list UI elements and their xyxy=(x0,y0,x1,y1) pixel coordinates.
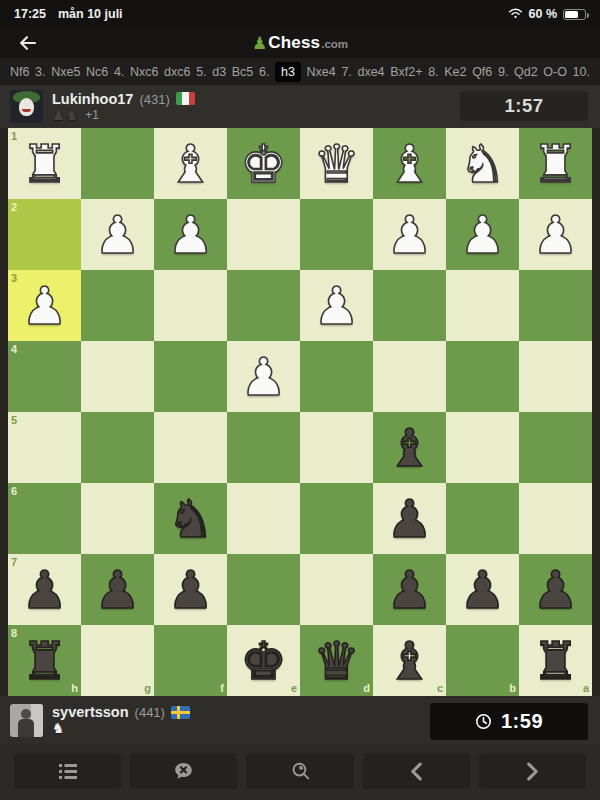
white-bishop-f1: ♝ xyxy=(154,128,227,199)
white-pawn-d3: ♟ xyxy=(300,270,373,341)
black-bishop-c5: ♝ xyxy=(373,412,446,483)
move-token[interactable]: d3 xyxy=(212,65,226,79)
black-knight-f6: ♞ xyxy=(154,483,227,554)
square-h3[interactable]: 3♟ xyxy=(8,270,81,341)
chat-disabled-button[interactable] xyxy=(130,753,237,789)
square-a4[interactable] xyxy=(519,341,592,412)
app-header: ♟ Chess .com xyxy=(0,28,600,58)
move-token[interactable]: 8. xyxy=(428,65,438,79)
square-b6[interactable] xyxy=(446,483,519,554)
move-token[interactable]: Nxe5 xyxy=(51,65,80,79)
rank-label: 6 xyxy=(11,485,17,497)
file-label: e xyxy=(291,682,297,694)
move-token[interactable]: 3. xyxy=(35,65,45,79)
black-pawn-h7: ♟ xyxy=(8,554,81,625)
square-a7[interactable]: ♟ xyxy=(519,554,592,625)
player-bottom-clock: 1:59 xyxy=(430,703,588,740)
square-e2[interactable] xyxy=(227,199,300,270)
square-e4[interactable]: ♟ xyxy=(227,341,300,412)
back-button[interactable] xyxy=(16,31,40,55)
rank-label: 1 xyxy=(11,130,17,142)
square-d7[interactable] xyxy=(300,554,373,625)
square-f7[interactable]: ♟ xyxy=(154,554,227,625)
square-a1[interactable]: ♜ xyxy=(519,128,592,199)
white-king-e1: ♚ xyxy=(227,128,300,199)
square-a8[interactable]: a♜ xyxy=(519,625,592,696)
black-rook-h8: ♜ xyxy=(8,625,81,696)
white-knight-b1: ♞ xyxy=(446,128,519,199)
square-b8[interactable]: b xyxy=(446,625,519,696)
square-c2[interactable]: ♟ xyxy=(373,199,446,270)
player-bottom-avatar[interactable] xyxy=(10,704,43,737)
logo-text: Chess xyxy=(268,34,320,52)
black-pawn-c7: ♟ xyxy=(373,554,446,625)
chesscom-pawn-icon: ♟ xyxy=(252,35,267,52)
black-rook-a8: ♜ xyxy=(519,625,592,696)
black-pawn-a7: ♟ xyxy=(519,554,592,625)
battery-percent: 60 % xyxy=(529,7,558,21)
square-h8[interactable]: 8h♜ xyxy=(8,625,81,696)
square-g6[interactable] xyxy=(81,483,154,554)
square-f4[interactable] xyxy=(154,341,227,412)
bottom-toolbar xyxy=(0,744,600,800)
rank-label: 7 xyxy=(11,556,17,568)
square-h5[interactable]: 5 xyxy=(8,412,81,483)
captured-white-knight-icon: ♞ xyxy=(52,721,65,735)
board-area: 1♜♝♚♛♝♞♜2♟♟♟♟♟3♟♟4♟5♝6♞♟7♟♟♟♟♟♟8h♜gfe♚d♛… xyxy=(0,128,600,696)
move-token[interactable]: Ke2 xyxy=(444,65,466,79)
square-h2[interactable]: 2 xyxy=(8,199,81,270)
square-b5[interactable] xyxy=(446,412,519,483)
move-token[interactable]: 9. xyxy=(498,65,508,79)
status-date: mån 10 juli xyxy=(58,7,123,21)
file-label: f xyxy=(220,682,224,694)
player-bottom: syvertsson (441) ♞ 1:59 xyxy=(0,696,600,744)
square-f6[interactable]: ♞ xyxy=(154,483,227,554)
move-list: Nf63.Nxe5Nc64.Nxc6dxc65.d3Bc56.h3Nxe47.d… xyxy=(0,58,600,85)
black-king-e8: ♚ xyxy=(227,625,300,696)
previous-move-button[interactable] xyxy=(363,753,470,789)
move-token[interactable]: dxe4 xyxy=(357,65,384,79)
square-d6[interactable] xyxy=(300,483,373,554)
sweden-flag-icon xyxy=(171,706,190,719)
square-e3[interactable] xyxy=(227,270,300,341)
rank-label: 4 xyxy=(11,343,17,355)
white-bishop-c1: ♝ xyxy=(373,128,446,199)
white-pawn-h3: ♟ xyxy=(8,270,81,341)
status-bar: 17:25 mån 10 juli 60 % xyxy=(0,0,600,28)
square-f1[interactable]: ♝ xyxy=(154,128,227,199)
white-pawn-a2: ♟ xyxy=(519,199,592,270)
square-b1[interactable]: ♞ xyxy=(446,128,519,199)
square-g7[interactable]: ♟ xyxy=(81,554,154,625)
white-pawn-e4: ♟ xyxy=(227,341,300,412)
square-a6[interactable] xyxy=(519,483,592,554)
move-token[interactable]: Qf6 xyxy=(472,65,492,79)
move-token[interactable]: 7. xyxy=(341,65,351,79)
square-b7[interactable]: ♟ xyxy=(446,554,519,625)
rank-label: 2 xyxy=(11,201,17,213)
file-label: c xyxy=(437,682,443,694)
player-top-captured: ♟♞ +1 xyxy=(52,107,195,123)
square-d3[interactable]: ♟ xyxy=(300,270,373,341)
black-pawn-g7: ♟ xyxy=(81,554,154,625)
player-top-avatar[interactable] xyxy=(10,90,43,123)
player-bottom-name: syvertsson xyxy=(52,704,129,720)
move-token[interactable]: Nxe4 xyxy=(307,65,336,79)
black-pawn-f7: ♟ xyxy=(154,554,227,625)
square-a3[interactable] xyxy=(519,270,592,341)
square-b4[interactable] xyxy=(446,341,519,412)
square-h1[interactable]: 1♜ xyxy=(8,128,81,199)
next-move-button[interactable] xyxy=(479,753,586,789)
chess-board: 1♜♝♚♛♝♞♜2♟♟♟♟♟3♟♟4♟5♝6♞♟7♟♟♟♟♟♟8h♜gfe♚d♛… xyxy=(8,128,592,696)
move-token[interactable]: 10. xyxy=(573,65,590,79)
logo-suffix: .com xyxy=(321,37,348,52)
square-f8[interactable]: f xyxy=(154,625,227,696)
player-bottom-captured: ♞ xyxy=(52,720,190,736)
move-token[interactable]: Qd2 xyxy=(514,65,538,79)
square-a2[interactable]: ♟ xyxy=(519,199,592,270)
move-token[interactable]: Bxf2+ xyxy=(390,65,422,79)
move-token-current[interactable]: h3 xyxy=(275,62,301,82)
rank-label: 5 xyxy=(11,414,17,426)
captured-black-knight-icon: ♞ xyxy=(66,108,79,122)
white-pawn-f2: ♟ xyxy=(154,199,227,270)
square-c6[interactable]: ♟ xyxy=(373,483,446,554)
square-g3[interactable] xyxy=(81,270,154,341)
file-label: b xyxy=(509,682,516,694)
move-token[interactable]: Bc5 xyxy=(232,65,254,79)
move-token[interactable]: 5. xyxy=(196,65,206,79)
file-label: a xyxy=(583,682,589,694)
player-top-clock: 1:57 xyxy=(460,91,588,121)
square-f3[interactable] xyxy=(154,270,227,341)
square-g1[interactable] xyxy=(81,128,154,199)
square-e5[interactable] xyxy=(227,412,300,483)
square-e1[interactable]: ♚ xyxy=(227,128,300,199)
status-time: 17:25 xyxy=(14,7,46,21)
white-queen-d1: ♛ xyxy=(300,128,373,199)
square-h6[interactable]: 6 xyxy=(8,483,81,554)
square-b2[interactable]: ♟ xyxy=(446,199,519,270)
black-bishop-c8: ♝ xyxy=(373,625,446,696)
square-c8[interactable]: c♝ xyxy=(373,625,446,696)
chesscom-logo: ♟ Chess .com xyxy=(252,34,348,52)
player-bottom-rating: (441) xyxy=(135,705,165,720)
square-e8[interactable]: e♚ xyxy=(227,625,300,696)
file-label: d xyxy=(363,682,370,694)
square-d8[interactable]: d♛ xyxy=(300,625,373,696)
file-label: g xyxy=(144,682,151,694)
move-token[interactable]: Nc6 xyxy=(86,65,108,79)
move-token[interactable]: O-O xyxy=(543,65,567,79)
move-token[interactable]: 4. xyxy=(114,65,124,79)
square-c5[interactable]: ♝ xyxy=(373,412,446,483)
move-token[interactable]: Nf6 xyxy=(10,65,29,79)
square-g8[interactable]: g xyxy=(81,625,154,696)
captured-black-pawn-icon: ♟ xyxy=(52,108,65,122)
moves-list-button[interactable] xyxy=(14,753,121,789)
italy-flag-icon xyxy=(176,92,195,105)
square-c4[interactable] xyxy=(373,341,446,412)
square-g4[interactable] xyxy=(81,341,154,412)
white-pawn-g2: ♟ xyxy=(81,199,154,270)
file-label: h xyxy=(71,682,78,694)
square-a5[interactable] xyxy=(519,412,592,483)
analysis-button[interactable] xyxy=(246,753,353,789)
square-e7[interactable] xyxy=(227,554,300,625)
white-rook-a1: ♜ xyxy=(519,128,592,199)
square-d1[interactable]: ♛ xyxy=(300,128,373,199)
square-g2[interactable]: ♟ xyxy=(81,199,154,270)
wifi-icon xyxy=(508,7,523,22)
player-top: Lukinhoo17 (431) ♟♞ +1 1:57 xyxy=(0,85,600,128)
square-d2[interactable] xyxy=(300,199,373,270)
move-token[interactable]: dxc6 xyxy=(164,65,190,79)
black-pawn-c6: ♟ xyxy=(373,483,446,554)
clock-icon xyxy=(475,713,492,730)
rank-label: 8 xyxy=(11,627,17,639)
move-token[interactable]: Nxc6 xyxy=(130,65,158,79)
square-f2[interactable]: ♟ xyxy=(154,199,227,270)
square-c3[interactable] xyxy=(373,270,446,341)
square-d5[interactable] xyxy=(300,412,373,483)
black-pawn-b7: ♟ xyxy=(446,554,519,625)
move-token[interactable]: 6. xyxy=(259,65,269,79)
white-pawn-c2: ♟ xyxy=(373,199,446,270)
square-c7[interactable]: ♟ xyxy=(373,554,446,625)
white-pawn-b2: ♟ xyxy=(446,199,519,270)
player-top-name: Lukinhoo17 xyxy=(52,91,133,107)
square-e6[interactable] xyxy=(227,483,300,554)
rank-label: 3 xyxy=(11,272,17,284)
square-b3[interactable] xyxy=(446,270,519,341)
square-c1[interactable]: ♝ xyxy=(373,128,446,199)
square-h4[interactable]: 4 xyxy=(8,341,81,412)
player-top-rating: (431) xyxy=(139,92,169,107)
white-rook-h1: ♜ xyxy=(8,128,81,199)
square-d4[interactable] xyxy=(300,341,373,412)
square-h7[interactable]: 7♟ xyxy=(8,554,81,625)
material-advantage: +1 xyxy=(85,108,99,122)
black-queen-d8: ♛ xyxy=(300,625,373,696)
battery-icon xyxy=(563,9,586,20)
square-f5[interactable] xyxy=(154,412,227,483)
square-g5[interactable] xyxy=(81,412,154,483)
